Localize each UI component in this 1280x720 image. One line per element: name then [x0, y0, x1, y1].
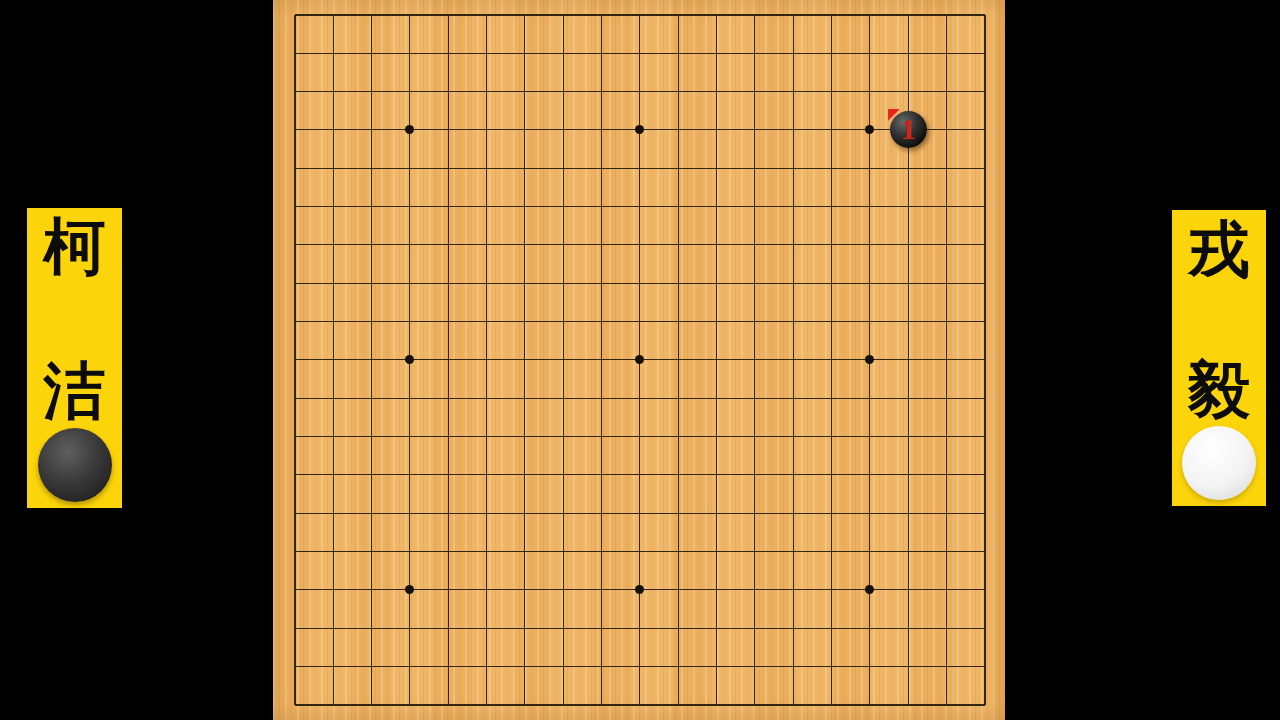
intersection[interactable]: [544, 0, 582, 34]
intersection[interactable]: [812, 34, 850, 72]
intersection[interactable]: [697, 379, 735, 417]
intersection[interactable]: [391, 417, 429, 455]
intersection[interactable]: [506, 456, 544, 494]
intersection[interactable]: [506, 686, 544, 720]
intersection[interactable]: [314, 187, 352, 225]
intersection[interactable]: [544, 72, 582, 110]
intersection[interactable]: [391, 187, 429, 225]
intersection[interactable]: [467, 187, 505, 225]
intersection[interactable]: [697, 417, 735, 455]
intersection[interactable]: [889, 686, 927, 720]
intersection[interactable]: [467, 264, 505, 302]
intersection[interactable]: [314, 72, 352, 110]
intersection[interactable]: [659, 187, 697, 225]
intersection[interactable]: [927, 0, 965, 34]
intersection[interactable]: [927, 111, 965, 149]
intersection[interactable]: [736, 226, 774, 264]
intersection[interactable]: [697, 609, 735, 647]
intersection[interactable]: [467, 226, 505, 264]
intersection[interactable]: [736, 72, 774, 110]
intersection[interactable]: [391, 0, 429, 34]
intersection[interactable]: [582, 609, 620, 647]
intersection[interactable]: [774, 571, 812, 609]
intersection[interactable]: [314, 686, 352, 720]
intersection[interactable]: [391, 494, 429, 532]
intersection[interactable]: [621, 494, 659, 532]
intersection[interactable]: [812, 532, 850, 570]
intersection[interactable]: [582, 0, 620, 34]
intersection[interactable]: [851, 0, 889, 34]
intersection[interactable]: [506, 417, 544, 455]
intersection[interactable]: [774, 34, 812, 72]
intersection[interactable]: [966, 379, 1004, 417]
intersection[interactable]: [314, 647, 352, 685]
intersection[interactable]: [736, 111, 774, 149]
intersection[interactable]: [621, 341, 659, 379]
intersection[interactable]: [544, 226, 582, 264]
intersection[interactable]: 1: [889, 111, 927, 149]
intersection[interactable]: [352, 187, 390, 225]
intersection[interactable]: [314, 264, 352, 302]
intersection[interactable]: [467, 379, 505, 417]
intersection[interactable]: [966, 571, 1004, 609]
intersection[interactable]: [314, 494, 352, 532]
intersection[interactable]: [736, 686, 774, 720]
intersection[interactable]: [851, 34, 889, 72]
intersection[interactable]: [352, 456, 390, 494]
intersection[interactable]: [582, 226, 620, 264]
intersection[interactable]: [621, 226, 659, 264]
intersection[interactable]: [812, 494, 850, 532]
intersection[interactable]: [467, 111, 505, 149]
intersection[interactable]: [774, 456, 812, 494]
intersection[interactable]: [582, 456, 620, 494]
intersection[interactable]: [391, 609, 429, 647]
intersection[interactable]: [889, 609, 927, 647]
intersection[interactable]: [966, 609, 1004, 647]
intersection[interactable]: [506, 187, 544, 225]
intersection[interactable]: [851, 571, 889, 609]
intersection[interactable]: [774, 494, 812, 532]
intersection[interactable]: [697, 571, 735, 609]
intersection[interactable]: [391, 379, 429, 417]
intersection[interactable]: [429, 456, 467, 494]
intersection[interactable]: [736, 532, 774, 570]
intersection[interactable]: [927, 494, 965, 532]
intersection[interactable]: [276, 0, 314, 34]
intersection[interactable]: [851, 494, 889, 532]
intersection[interactable]: [812, 0, 850, 34]
intersection[interactable]: [774, 417, 812, 455]
intersection[interactable]: [621, 34, 659, 72]
intersection[interactable]: [697, 149, 735, 187]
intersection[interactable]: [697, 494, 735, 532]
intersection[interactable]: [812, 341, 850, 379]
intersection[interactable]: [352, 609, 390, 647]
intersection[interactable]: [314, 226, 352, 264]
intersection[interactable]: [621, 609, 659, 647]
intersection[interactable]: [621, 187, 659, 225]
intersection[interactable]: [851, 264, 889, 302]
intersection[interactable]: [621, 571, 659, 609]
intersection[interactable]: [506, 72, 544, 110]
intersection[interactable]: [391, 72, 429, 110]
intersection[interactable]: [736, 341, 774, 379]
intersection[interactable]: [774, 647, 812, 685]
intersection[interactable]: [621, 456, 659, 494]
intersection[interactable]: [966, 226, 1004, 264]
intersection[interactable]: [812, 226, 850, 264]
intersection[interactable]: [889, 494, 927, 532]
intersection[interactable]: [966, 187, 1004, 225]
intersection[interactable]: [391, 686, 429, 720]
intersection[interactable]: [429, 111, 467, 149]
intersection[interactable]: [812, 417, 850, 455]
intersection[interactable]: [697, 647, 735, 685]
intersection[interactable]: [927, 226, 965, 264]
intersection[interactable]: [276, 187, 314, 225]
intersection[interactable]: [314, 302, 352, 340]
intersection[interactable]: [352, 379, 390, 417]
intersection[interactable]: [889, 302, 927, 340]
intersection[interactable]: [621, 686, 659, 720]
intersection[interactable]: [659, 226, 697, 264]
intersection[interactable]: [429, 302, 467, 340]
intersection[interactable]: [736, 149, 774, 187]
intersection[interactable]: [544, 456, 582, 494]
intersection[interactable]: [774, 686, 812, 720]
intersection[interactable]: [544, 609, 582, 647]
intersection[interactable]: [429, 149, 467, 187]
intersection[interactable]: [927, 647, 965, 685]
intersection[interactable]: [889, 379, 927, 417]
intersection[interactable]: [467, 149, 505, 187]
intersection[interactable]: [659, 532, 697, 570]
intersection[interactable]: [812, 111, 850, 149]
intersection[interactable]: [927, 72, 965, 110]
intersection[interactable]: [927, 187, 965, 225]
intersection[interactable]: [851, 647, 889, 685]
intersection[interactable]: [659, 456, 697, 494]
intersection[interactable]: [927, 686, 965, 720]
intersection[interactable]: [276, 571, 314, 609]
intersection[interactable]: [582, 417, 620, 455]
intersection[interactable]: [736, 34, 774, 72]
intersection[interactable]: [582, 187, 620, 225]
intersection[interactable]: [966, 149, 1004, 187]
intersection[interactable]: [621, 379, 659, 417]
intersection[interactable]: [276, 111, 314, 149]
intersection[interactable]: [467, 686, 505, 720]
intersection[interactable]: [812, 571, 850, 609]
intersection[interactable]: [314, 532, 352, 570]
intersection[interactable]: [621, 0, 659, 34]
intersection[interactable]: [927, 456, 965, 494]
intersection[interactable]: [736, 571, 774, 609]
intersection[interactable]: [697, 456, 735, 494]
intersection[interactable]: [774, 111, 812, 149]
intersection[interactable]: [812, 302, 850, 340]
intersection[interactable]: [889, 226, 927, 264]
intersection[interactable]: [467, 571, 505, 609]
intersection[interactable]: [467, 341, 505, 379]
intersection[interactable]: [659, 686, 697, 720]
intersection[interactable]: [812, 609, 850, 647]
intersection[interactable]: [851, 379, 889, 417]
intersection[interactable]: [774, 302, 812, 340]
intersection[interactable]: [659, 111, 697, 149]
intersection[interactable]: [812, 149, 850, 187]
intersection[interactable]: [659, 149, 697, 187]
intersection[interactable]: [851, 341, 889, 379]
intersection[interactable]: [314, 456, 352, 494]
intersection[interactable]: [352, 226, 390, 264]
intersection[interactable]: [889, 0, 927, 34]
intersection[interactable]: [697, 187, 735, 225]
intersection[interactable]: [544, 417, 582, 455]
intersection[interactable]: [506, 0, 544, 34]
intersection[interactable]: [506, 532, 544, 570]
intersection[interactable]: [276, 379, 314, 417]
intersection[interactable]: [697, 34, 735, 72]
intersection[interactable]: [659, 302, 697, 340]
intersection[interactable]: [966, 647, 1004, 685]
intersection[interactable]: [736, 187, 774, 225]
intersection[interactable]: [276, 72, 314, 110]
intersection[interactable]: [276, 417, 314, 455]
intersection[interactable]: [506, 302, 544, 340]
intersection[interactable]: [467, 456, 505, 494]
intersection[interactable]: [506, 264, 544, 302]
intersection[interactable]: [582, 341, 620, 379]
intersection[interactable]: [582, 532, 620, 570]
intersection[interactable]: [314, 111, 352, 149]
intersection[interactable]: [352, 0, 390, 34]
intersection[interactable]: [429, 494, 467, 532]
intersection[interactable]: [697, 264, 735, 302]
intersection[interactable]: [927, 149, 965, 187]
intersection[interactable]: [429, 609, 467, 647]
intersection[interactable]: [506, 494, 544, 532]
intersection[interactable]: [851, 72, 889, 110]
intersection[interactable]: [276, 456, 314, 494]
intersection[interactable]: [659, 571, 697, 609]
intersection[interactable]: [966, 494, 1004, 532]
intersection[interactable]: [966, 532, 1004, 570]
intersection[interactable]: [467, 494, 505, 532]
intersection[interactable]: [314, 0, 352, 34]
intersection[interactable]: [352, 571, 390, 609]
intersection[interactable]: [851, 456, 889, 494]
intersection[interactable]: [966, 341, 1004, 379]
intersection[interactable]: [276, 494, 314, 532]
intersection[interactable]: [851, 226, 889, 264]
intersection[interactable]: [659, 379, 697, 417]
intersection[interactable]: [621, 417, 659, 455]
intersection[interactable]: [506, 647, 544, 685]
intersection[interactable]: [352, 34, 390, 72]
intersection[interactable]: [697, 341, 735, 379]
intersection[interactable]: [966, 302, 1004, 340]
intersection[interactable]: [927, 571, 965, 609]
intersection[interactable]: [659, 341, 697, 379]
intersection[interactable]: [314, 379, 352, 417]
intersection[interactable]: [352, 686, 390, 720]
intersection[interactable]: [391, 149, 429, 187]
intersection[interactable]: [314, 417, 352, 455]
intersection[interactable]: [391, 532, 429, 570]
intersection[interactable]: [276, 647, 314, 685]
intersection[interactable]: [544, 494, 582, 532]
intersection[interactable]: [467, 647, 505, 685]
intersection[interactable]: [621, 647, 659, 685]
intersection[interactable]: [927, 34, 965, 72]
intersection[interactable]: [352, 302, 390, 340]
intersection[interactable]: [582, 494, 620, 532]
intersection[interactable]: [391, 571, 429, 609]
intersection[interactable]: [927, 341, 965, 379]
intersection[interactable]: [812, 379, 850, 417]
intersection[interactable]: [774, 609, 812, 647]
intersection[interactable]: [736, 379, 774, 417]
intersection[interactable]: [429, 34, 467, 72]
intersection[interactable]: [774, 379, 812, 417]
intersection[interactable]: [736, 264, 774, 302]
intersection[interactable]: [467, 72, 505, 110]
intersection[interactable]: [544, 341, 582, 379]
intersection[interactable]: [467, 0, 505, 34]
intersection[interactable]: [621, 264, 659, 302]
intersection[interactable]: [276, 609, 314, 647]
intersection[interactable]: [889, 149, 927, 187]
intersection[interactable]: [966, 417, 1004, 455]
intersection[interactable]: [544, 187, 582, 225]
intersection[interactable]: [314, 609, 352, 647]
intersection[interactable]: [621, 149, 659, 187]
intersection[interactable]: [582, 149, 620, 187]
intersection[interactable]: [506, 379, 544, 417]
intersection[interactable]: [851, 609, 889, 647]
intersection[interactable]: [276, 34, 314, 72]
intersection[interactable]: [812, 187, 850, 225]
intersection[interactable]: [582, 34, 620, 72]
intersection[interactable]: [812, 264, 850, 302]
intersection[interactable]: [276, 686, 314, 720]
intersection[interactable]: [276, 226, 314, 264]
intersection[interactable]: [697, 0, 735, 34]
intersection[interactable]: [966, 686, 1004, 720]
intersection[interactable]: [621, 302, 659, 340]
intersection[interactable]: [774, 226, 812, 264]
intersection[interactable]: [697, 302, 735, 340]
intersection[interactable]: [506, 111, 544, 149]
intersection[interactable]: [467, 532, 505, 570]
intersection[interactable]: [812, 456, 850, 494]
intersection[interactable]: [506, 149, 544, 187]
intersection[interactable]: [467, 302, 505, 340]
intersection[interactable]: [429, 647, 467, 685]
intersection[interactable]: [774, 72, 812, 110]
intersection[interactable]: [544, 571, 582, 609]
intersection[interactable]: [774, 532, 812, 570]
intersection[interactable]: [429, 417, 467, 455]
intersection[interactable]: [582, 379, 620, 417]
intersection[interactable]: [927, 302, 965, 340]
intersection[interactable]: [889, 34, 927, 72]
intersection[interactable]: [851, 187, 889, 225]
intersection[interactable]: [314, 341, 352, 379]
intersection[interactable]: [352, 494, 390, 532]
intersection[interactable]: [314, 571, 352, 609]
intersection[interactable]: [276, 341, 314, 379]
intersection[interactable]: [851, 149, 889, 187]
intersection[interactable]: [391, 302, 429, 340]
intersection[interactable]: [659, 72, 697, 110]
intersection[interactable]: [659, 0, 697, 34]
intersection[interactable]: [352, 647, 390, 685]
intersection[interactable]: [314, 34, 352, 72]
intersection[interactable]: [774, 0, 812, 34]
intersection[interactable]: [429, 379, 467, 417]
intersection[interactable]: [889, 647, 927, 685]
intersection[interactable]: [544, 302, 582, 340]
intersection[interactable]: [927, 417, 965, 455]
intersection[interactable]: [736, 302, 774, 340]
intersection[interactable]: [736, 647, 774, 685]
intersection[interactable]: [429, 571, 467, 609]
intersection[interactable]: [697, 111, 735, 149]
intersection[interactable]: [889, 187, 927, 225]
intersection[interactable]: [659, 34, 697, 72]
intersection[interactable]: [736, 609, 774, 647]
intersection[interactable]: [582, 686, 620, 720]
intersection[interactable]: [889, 456, 927, 494]
intersection[interactable]: [851, 532, 889, 570]
intersection[interactable]: [352, 149, 390, 187]
intersection[interactable]: [352, 72, 390, 110]
intersection[interactable]: [276, 149, 314, 187]
intersection[interactable]: [391, 264, 429, 302]
intersection[interactable]: [889, 571, 927, 609]
intersection[interactable]: [582, 302, 620, 340]
intersection[interactable]: [966, 34, 1004, 72]
intersection[interactable]: [506, 341, 544, 379]
intersection[interactable]: [429, 686, 467, 720]
intersection[interactable]: [276, 532, 314, 570]
intersection[interactable]: [544, 532, 582, 570]
intersection[interactable]: [429, 226, 467, 264]
intersection[interactable]: [467, 34, 505, 72]
intersection[interactable]: [544, 34, 582, 72]
intersection[interactable]: [736, 0, 774, 34]
intersection[interactable]: [506, 226, 544, 264]
intersection[interactable]: [544, 111, 582, 149]
intersection[interactable]: [774, 149, 812, 187]
intersection[interactable]: [889, 417, 927, 455]
intersection[interactable]: [429, 532, 467, 570]
intersection[interactable]: [774, 264, 812, 302]
intersection[interactable]: [812, 686, 850, 720]
intersection[interactable]: [659, 647, 697, 685]
intersection[interactable]: [391, 456, 429, 494]
intersection[interactable]: [927, 379, 965, 417]
intersection[interactable]: [927, 264, 965, 302]
intersection[interactable]: [774, 187, 812, 225]
intersection[interactable]: [429, 0, 467, 34]
intersection[interactable]: [697, 532, 735, 570]
intersection[interactable]: [851, 417, 889, 455]
intersection[interactable]: [352, 341, 390, 379]
